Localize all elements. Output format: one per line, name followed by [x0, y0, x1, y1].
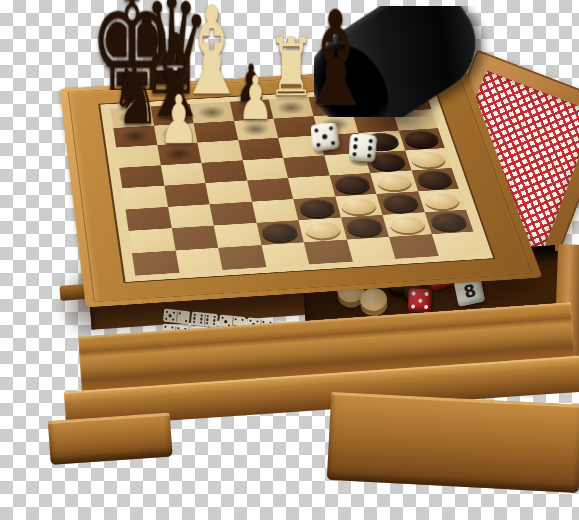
light-checker-e2[interactable]	[303, 219, 342, 239]
square-e6[interactable]	[278, 135, 324, 157]
square-g7[interactable]	[353, 111, 399, 133]
square-b8[interactable]	[150, 104, 193, 125]
square-g8[interactable]	[347, 92, 392, 113]
box-foot-left	[48, 413, 173, 465]
square-d1[interactable]	[261, 242, 309, 267]
square-e2[interactable]	[298, 218, 346, 243]
square-h2[interactable]	[424, 210, 473, 234]
square-c7[interactable]	[194, 121, 238, 143]
square-a4[interactable]	[122, 186, 167, 210]
dark-checker-f4[interactable]	[333, 175, 372, 194]
square-h8[interactable]	[386, 90, 431, 111]
square-a7[interactable]	[113, 125, 157, 147]
dark-checker-h6[interactable]	[402, 130, 440, 148]
square-g1[interactable]	[389, 234, 438, 259]
square-d7[interactable]	[234, 118, 279, 140]
square-a1[interactable]	[132, 250, 179, 275]
square-f1[interactable]	[346, 237, 395, 262]
dark-checker-g5[interactable]	[368, 152, 406, 171]
square-f8[interactable]	[308, 95, 353, 116]
square-g4[interactable]	[370, 170, 417, 193]
square-h4[interactable]	[411, 168, 459, 191]
square-d6[interactable]	[238, 138, 283, 160]
square-f7[interactable]	[313, 114, 358, 136]
light-checker-h5[interactable]	[409, 149, 448, 168]
square-a5[interactable]	[119, 165, 164, 188]
product-photo-stage: 8 ♚♛♝♟♜♞♝♟♝♟	[0, 0, 579, 520]
square-f6[interactable]	[318, 133, 364, 155]
square-c2[interactable]	[214, 223, 261, 248]
square-a8[interactable]	[110, 106, 153, 128]
square-c6[interactable]	[197, 140, 242, 162]
dark-checker-g6[interactable]	[362, 132, 400, 150]
square-b1[interactable]	[175, 248, 222, 273]
board-grid	[110, 90, 481, 276]
square-h6[interactable]	[398, 128, 445, 150]
dark-checker-f2[interactable]	[345, 217, 385, 237]
square-g2[interactable]	[382, 212, 431, 236]
square-b7[interactable]	[153, 123, 197, 145]
square-g5[interactable]	[364, 150, 411, 173]
dark-checker-h4[interactable]	[415, 170, 454, 189]
square-d5[interactable]	[242, 158, 288, 181]
chessboard: ♚♛♝♟♜♞♝♟♝♟	[60, 65, 543, 307]
square-c8[interactable]	[190, 102, 234, 123]
box-foot-right	[327, 392, 579, 493]
square-f4[interactable]	[329, 173, 376, 196]
square-f2[interactable]	[340, 215, 388, 239]
square-f5[interactable]	[324, 153, 370, 176]
light-checker-g4[interactable]	[374, 172, 413, 191]
square-b6[interactable]	[157, 143, 201, 165]
square-d8[interactable]	[229, 99, 273, 120]
square-h1[interactable]	[431, 231, 481, 256]
square-h5[interactable]	[405, 148, 452, 171]
square-g6[interactable]	[358, 131, 404, 153]
square-a6[interactable]	[116, 145, 160, 168]
square-e5[interactable]	[283, 155, 329, 178]
square-h7[interactable]	[392, 109, 438, 131]
game-board-scene: ♚♛♝♟♜♞♝♟♝♟	[72, 0, 504, 394]
square-a2[interactable]	[129, 228, 175, 253]
square-e4[interactable]	[288, 175, 335, 198]
square-b4[interactable]	[164, 183, 210, 207]
square-f3[interactable]	[335, 194, 383, 218]
square-e8[interactable]	[269, 97, 313, 118]
square-e7[interactable]	[273, 116, 318, 138]
square-e1[interactable]	[304, 239, 353, 264]
square-b2[interactable]	[171, 226, 218, 251]
